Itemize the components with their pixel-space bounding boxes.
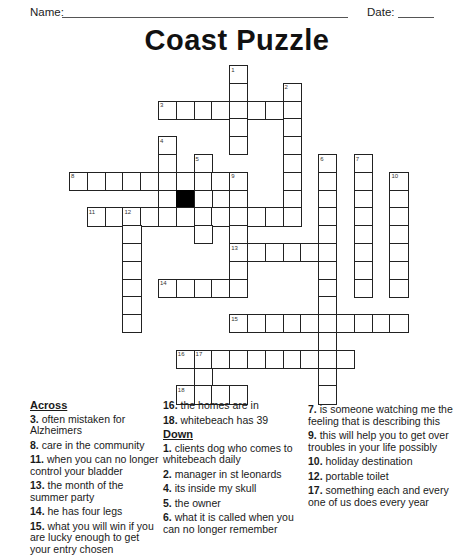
- grid-cell[interactable]: [247, 243, 266, 262]
- clue-number: 12.: [308, 470, 323, 482]
- grid-cell[interactable]: [283, 136, 302, 155]
- grid-cell[interactable]: [140, 172, 159, 191]
- grid-cell[interactable]: [318, 350, 337, 369]
- grid-cell[interactable]: [283, 118, 302, 137]
- grid-cell[interactable]: [283, 154, 302, 173]
- grid-cell[interactable]: [336, 350, 355, 369]
- grid-cell[interactable]: [300, 314, 319, 333]
- grid-cell[interactable]: [354, 225, 373, 244]
- grid-cell[interactable]: [265, 101, 284, 120]
- grid-cell[interactable]: [354, 172, 373, 191]
- cell-number-15: 15: [231, 316, 238, 322]
- clue-7: 7. is someone watching me the feeling th…: [308, 404, 466, 427]
- grid-cell[interactable]: [122, 279, 141, 298]
- grid-cell[interactable]: [372, 314, 391, 333]
- grid-cell[interactable]: [283, 243, 302, 262]
- grid-cell[interactable]: [229, 136, 248, 155]
- cell-number-11: 11: [89, 209, 95, 215]
- grid-cell[interactable]: [247, 207, 266, 226]
- grid-cell[interactable]: [194, 207, 213, 226]
- grid-cell[interactable]: [87, 172, 106, 191]
- clue-17: 17. something each and every one of us d…: [308, 485, 466, 508]
- across-heading: Across: [30, 400, 159, 412]
- cell-number-17: 17: [196, 351, 203, 357]
- grid-cell[interactable]: [283, 101, 302, 120]
- grid-cell[interactable]: [211, 207, 230, 226]
- clue-9: 9. this will help you to get over troubl…: [308, 430, 466, 453]
- clue-number: 5.: [163, 497, 172, 509]
- grid-cell[interactable]: [318, 332, 337, 351]
- name-label: Name:: [30, 6, 64, 18]
- clue-number: 15.: [30, 520, 45, 532]
- clue-12: 12. portable toilet: [308, 471, 466, 483]
- cell-number-3: 3: [160, 102, 163, 108]
- grid-cell[interactable]: [122, 314, 141, 333]
- clue-number: 14.: [30, 505, 45, 517]
- grid-cell[interactable]: [211, 101, 230, 120]
- grid-cell[interactable]: [194, 279, 213, 298]
- grid-cell[interactable]: [158, 190, 177, 209]
- grid-cell[interactable]: [318, 368, 337, 387]
- cell-number-1: 1: [231, 67, 234, 73]
- grid-cell[interactable]: [229, 190, 248, 209]
- grid-cell[interactable]: [247, 314, 266, 333]
- grid-cell[interactable]: [105, 172, 124, 191]
- grid-cell[interactable]: [389, 207, 408, 226]
- grid-cell[interactable]: [105, 207, 124, 226]
- grid-cell[interactable]: [194, 368, 213, 387]
- grid-cell[interactable]: [229, 101, 248, 120]
- cell-number-6: 6: [320, 156, 323, 162]
- date-line[interactable]: [398, 17, 434, 18]
- clue-4: 4. its inside my skull: [163, 483, 306, 495]
- grid-cell[interactable]: [318, 314, 337, 333]
- clue-number: 13.: [30, 479, 45, 491]
- cell-number-9: 9: [231, 173, 234, 179]
- clue-number: 6.: [163, 511, 172, 523]
- grid-cell[interactable]: [265, 350, 284, 369]
- grid-cell[interactable]: [389, 279, 408, 298]
- clue-number: 4.: [163, 482, 172, 494]
- grid-cell[interactable]: [354, 261, 373, 280]
- grid-cell[interactable]: [354, 279, 373, 298]
- puzzle-title: Coast Puzzle: [0, 24, 474, 57]
- grid-cell[interactable]: [158, 207, 177, 226]
- clue-11: 11. when you can no longer control your …: [30, 454, 159, 477]
- grid-cell[interactable]: [176, 207, 195, 226]
- grid-cell[interactable]: [229, 118, 248, 137]
- clue-number: 2.: [163, 468, 172, 480]
- grid-cell[interactable]: [354, 243, 373, 262]
- cell-number-13: 13: [231, 245, 238, 251]
- clue-number: 3.: [30, 413, 39, 425]
- grid-cell[interactable]: [229, 261, 248, 280]
- grid-cell[interactable]: [318, 190, 337, 209]
- grid-cell[interactable]: [229, 225, 248, 244]
- cell-number-8: 8: [71, 173, 74, 179]
- clue-number: 16.: [163, 399, 178, 411]
- grid-cell[interactable]: [265, 314, 284, 333]
- grid-cell[interactable]: [194, 190, 213, 209]
- cell-number-14: 14: [160, 280, 167, 286]
- grid-cell[interactable]: [122, 296, 141, 315]
- clue-number: 10.: [308, 455, 323, 467]
- grid-cell[interactable]: [176, 101, 195, 120]
- worksheet-page: Name: Date: Coast Puzzle 123456789101112…: [0, 0, 474, 555]
- clue-column-1: Across3. often mistaken for Alzheimers8.…: [30, 400, 159, 555]
- cell-number-5: 5: [196, 156, 199, 162]
- clue-14: 14. he has four legs: [30, 506, 159, 518]
- clue-number: 7.: [308, 403, 317, 415]
- clue-3: 3. often mistaken for Alzheimers: [30, 414, 159, 437]
- grid-cell[interactable]: [283, 172, 302, 191]
- clue-number: 11.: [30, 453, 44, 465]
- clue-number: 18.: [163, 414, 178, 426]
- name-line[interactable]: [62, 17, 348, 18]
- grid-cell[interactable]: [318, 243, 337, 262]
- grid-cell[interactable]: [176, 172, 195, 191]
- blocked-cell: [176, 190, 195, 209]
- grid-cell[interactable]: [389, 314, 408, 333]
- grid-cell[interactable]: [389, 243, 408, 262]
- clue-column-3: 7. is someone watching me the feeling th…: [308, 404, 466, 511]
- grid-cell[interactable]: [318, 172, 337, 191]
- grid-cell[interactable]: [283, 350, 302, 369]
- clue-16: 16. the homes are in: [163, 400, 306, 412]
- clue-column-2: 16. the homes are in18. whitebeach has 3…: [163, 400, 306, 538]
- grid-cell[interactable]: [140, 207, 159, 226]
- clue-number: 17.: [308, 484, 323, 496]
- crossword-grid: 123456789101112131415161718: [69, 65, 409, 406]
- grid-cell[interactable]: [229, 279, 248, 298]
- clue-15: 15. what you will win if you are lucky e…: [30, 521, 159, 555]
- clue-5: 5. the owner: [163, 498, 306, 510]
- grid-cell[interactable]: [265, 243, 284, 262]
- grid-cell[interactable]: [229, 83, 248, 102]
- grid-cell[interactable]: [389, 261, 408, 280]
- grid-cell[interactable]: [265, 207, 284, 226]
- grid-cell[interactable]: [211, 172, 230, 191]
- cell-number-16: 16: [178, 351, 185, 357]
- clue-10: 10. holiday destination: [308, 456, 466, 468]
- grid-cell[interactable]: [122, 243, 141, 262]
- clue-2: 2. manager in st leonards: [163, 469, 306, 481]
- clue-1: 1. clients dog who comes to whitebeach d…: [163, 443, 306, 466]
- grid-cell[interactable]: [354, 190, 373, 209]
- clue-13: 13. the month of the summer party: [30, 480, 159, 503]
- grid-cell[interactable]: [318, 296, 337, 315]
- grid-cell[interactable]: [300, 243, 319, 262]
- grid-cell[interactable]: [389, 190, 408, 209]
- grid-cell[interactable]: [389, 225, 408, 244]
- grid-cell[interactable]: [318, 385, 337, 404]
- clue-number: 1.: [163, 442, 172, 454]
- grid-cell[interactable]: [158, 154, 177, 173]
- grid-cell[interactable]: [122, 225, 141, 244]
- grid-cell[interactable]: [211, 279, 230, 298]
- grid-cell[interactable]: [283, 190, 302, 209]
- grid-cell[interactable]: [194, 101, 213, 120]
- clue-number: 8.: [30, 439, 39, 451]
- grid-cell[interactable]: [229, 207, 248, 226]
- grid-cell[interactable]: [336, 314, 355, 333]
- grid-cell[interactable]: [229, 350, 248, 369]
- clue-6: 6. what it is called when you can no lon…: [163, 512, 306, 535]
- down-heading: Down: [163, 429, 306, 441]
- cell-number-7: 7: [356, 156, 359, 162]
- cell-number-4: 4: [160, 138, 163, 144]
- cell-number-12: 12: [124, 209, 131, 215]
- grid-cell[interactable]: [122, 172, 141, 191]
- cell-number-18: 18: [178, 387, 185, 393]
- grid-cell[interactable]: [300, 350, 319, 369]
- grid-cell[interactable]: [158, 172, 177, 191]
- grid-cell[interactable]: [194, 225, 213, 244]
- grid-cell[interactable]: [318, 225, 337, 244]
- clue-18: 18. whitebeach has 39: [163, 415, 306, 427]
- grid-cell[interactable]: [247, 101, 266, 120]
- grid-cell[interactable]: [318, 207, 337, 226]
- cell-number-10: 10: [391, 173, 398, 179]
- grid-cell[interactable]: [318, 279, 337, 298]
- cell-number-2: 2: [285, 84, 288, 90]
- clue-number: 9.: [308, 429, 317, 441]
- clue-8: 8. care in the community: [30, 440, 159, 452]
- date-label: Date:: [367, 6, 395, 18]
- grid-cell[interactable]: [283, 314, 302, 333]
- grid-cell[interactable]: [122, 261, 141, 280]
- grid-cell[interactable]: [194, 172, 213, 191]
- grid-cell[interactable]: [318, 261, 337, 280]
- grid-cell[interactable]: [247, 350, 266, 369]
- grid-cell[interactable]: [211, 350, 230, 369]
- grid-cell[interactable]: [354, 207, 373, 226]
- grid-cell[interactable]: [283, 207, 302, 226]
- grid-cell[interactable]: [176, 279, 195, 298]
- grid-cell[interactable]: [354, 314, 373, 333]
